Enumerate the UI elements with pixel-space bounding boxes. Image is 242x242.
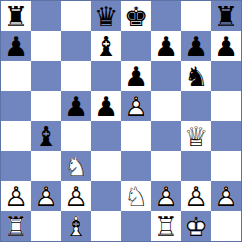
white-queen: ♛♕ <box>181 121 211 151</box>
white-king: ♚♔ <box>181 211 211 241</box>
square-g7[interactable]: ♟ <box>181 31 211 61</box>
square-a5[interactable] <box>1 91 31 121</box>
black-pawn: ♟ <box>61 91 91 121</box>
square-d3[interactable] <box>91 151 121 181</box>
square-g1[interactable]: ♚♔ <box>181 211 211 241</box>
white-pawn-outline-glyph: ♙ <box>61 181 91 211</box>
black-bishop-glyph: ♝ <box>31 121 61 151</box>
white-pawn: ♟♙ <box>31 181 61 211</box>
black-pawn: ♟ <box>211 31 241 61</box>
square-a3[interactable] <box>1 151 31 181</box>
black-pawn: ♟ <box>181 31 211 61</box>
white-pawn-outline-glyph: ♙ <box>121 91 151 121</box>
black-bishop: ♝ <box>91 31 121 61</box>
square-g3[interactable] <box>181 151 211 181</box>
square-e6[interactable]: ♟ <box>121 61 151 91</box>
black-rook: ♜ <box>211 1 241 31</box>
white-pawn: ♟♙ <box>1 181 31 211</box>
square-c3[interactable]: ♞♘ <box>61 151 91 181</box>
square-h7[interactable]: ♟ <box>211 31 241 61</box>
square-d7[interactable]: ♝ <box>91 31 121 61</box>
square-b5[interactable] <box>31 91 61 121</box>
square-b4[interactable]: ♝ <box>31 121 61 151</box>
square-h6[interactable] <box>211 61 241 91</box>
square-e4[interactable] <box>121 121 151 151</box>
white-bishop: ♝♗ <box>61 211 91 241</box>
black-pawn-glyph: ♟ <box>181 31 211 61</box>
white-pawn-outline-glyph: ♙ <box>1 181 31 211</box>
black-pawn: ♟ <box>1 31 31 61</box>
square-a2[interactable]: ♟♙ <box>1 181 31 211</box>
square-c8[interactable] <box>61 1 91 31</box>
square-h4[interactable] <box>211 121 241 151</box>
square-f3[interactable] <box>151 151 181 181</box>
square-h2[interactable]: ♟♙ <box>211 181 241 211</box>
square-e3[interactable] <box>121 151 151 181</box>
square-f8[interactable] <box>151 1 181 31</box>
black-bishop-glyph: ♝ <box>91 31 121 61</box>
white-pawn: ♟♙ <box>61 181 91 211</box>
white-knight: ♞♘ <box>121 181 151 211</box>
square-c7[interactable] <box>61 31 91 61</box>
black-pawn-glyph: ♟ <box>61 91 91 121</box>
square-b2[interactable]: ♟♙ <box>31 181 61 211</box>
square-b1[interactable] <box>31 211 61 241</box>
square-d5[interactable]: ♟ <box>91 91 121 121</box>
white-knight: ♞♘ <box>61 151 91 181</box>
square-d8[interactable]: ♛ <box>91 1 121 31</box>
square-b8[interactable] <box>31 1 61 31</box>
black-knight: ♞ <box>181 61 211 91</box>
white-pawn: ♟♙ <box>181 181 211 211</box>
chess-board: ♜♛♚♜♟♝♟♟♟♟♞♟♟♟♙♝♛♕♞♘♟♙♟♙♟♙♞♘♟♙♟♙♟♙♜♖♝♗♜♖… <box>0 0 242 242</box>
black-queen-glyph: ♛ <box>91 1 121 31</box>
square-g5[interactable] <box>181 91 211 121</box>
square-c1[interactable]: ♝♗ <box>61 211 91 241</box>
black-rook-glyph: ♜ <box>1 1 31 31</box>
square-a6[interactable] <box>1 61 31 91</box>
square-c2[interactable]: ♟♙ <box>61 181 91 211</box>
square-b3[interactable] <box>31 151 61 181</box>
white-rook-outline-glyph: ♖ <box>151 211 181 241</box>
square-g8[interactable] <box>181 1 211 31</box>
square-a4[interactable] <box>1 121 31 151</box>
black-bishop: ♝ <box>31 121 61 151</box>
square-g6[interactable]: ♞ <box>181 61 211 91</box>
square-d2[interactable] <box>91 181 121 211</box>
white-pawn: ♟♙ <box>211 181 241 211</box>
white-pawn-outline-glyph: ♙ <box>31 181 61 211</box>
square-f1[interactable]: ♜♖ <box>151 211 181 241</box>
square-e2[interactable]: ♞♘ <box>121 181 151 211</box>
black-pawn: ♟ <box>91 91 121 121</box>
white-pawn: ♟♙ <box>151 181 181 211</box>
square-f5[interactable] <box>151 91 181 121</box>
black-pawn-glyph: ♟ <box>211 31 241 61</box>
black-queen: ♛ <box>91 1 121 31</box>
square-e7[interactable] <box>121 31 151 61</box>
square-a8[interactable]: ♜ <box>1 1 31 31</box>
square-g2[interactable]: ♟♙ <box>181 181 211 211</box>
white-pawn-outline-glyph: ♙ <box>181 181 211 211</box>
black-pawn: ♟ <box>151 31 181 61</box>
white-pawn-outline-glyph: ♙ <box>151 181 181 211</box>
white-rook: ♜♖ <box>151 211 181 241</box>
square-e5[interactable]: ♟♙ <box>121 91 151 121</box>
black-king: ♚ <box>121 1 151 31</box>
square-h3[interactable] <box>211 151 241 181</box>
square-d4[interactable] <box>91 121 121 151</box>
black-pawn-glyph: ♟ <box>91 91 121 121</box>
square-f2[interactable]: ♟♙ <box>151 181 181 211</box>
square-a7[interactable]: ♟ <box>1 31 31 61</box>
square-d6[interactable] <box>91 61 121 91</box>
square-h1[interactable] <box>211 211 241 241</box>
black-rook: ♜ <box>1 1 31 31</box>
square-e1[interactable] <box>121 211 151 241</box>
square-b6[interactable] <box>31 61 61 91</box>
square-e8[interactable]: ♚ <box>121 1 151 31</box>
square-g4[interactable]: ♛♕ <box>181 121 211 151</box>
square-c4[interactable] <box>61 121 91 151</box>
square-a1[interactable]: ♜♖ <box>1 211 31 241</box>
white-bishop-outline-glyph: ♗ <box>61 211 91 241</box>
black-rook-glyph: ♜ <box>211 1 241 31</box>
black-pawn: ♟ <box>121 61 151 91</box>
square-c6[interactable] <box>61 61 91 91</box>
square-f7[interactable]: ♟ <box>151 31 181 61</box>
square-h5[interactable] <box>211 91 241 121</box>
square-b7[interactable] <box>31 31 61 61</box>
white-knight-outline-glyph: ♘ <box>61 151 91 181</box>
black-pawn-glyph: ♟ <box>121 61 151 91</box>
white-knight-outline-glyph: ♘ <box>121 181 151 211</box>
square-f4[interactable] <box>151 121 181 151</box>
square-c5[interactable]: ♟ <box>61 91 91 121</box>
square-f6[interactable] <box>151 61 181 91</box>
white-rook: ♜♖ <box>1 211 31 241</box>
black-knight-glyph: ♞ <box>181 61 211 91</box>
white-pawn: ♟♙ <box>121 91 151 121</box>
square-h8[interactable]: ♜ <box>211 1 241 31</box>
white-king-outline-glyph: ♔ <box>181 211 211 241</box>
square-d1[interactable] <box>91 211 121 241</box>
black-pawn-glyph: ♟ <box>151 31 181 61</box>
black-king-glyph: ♚ <box>121 1 151 31</box>
white-rook-outline-glyph: ♖ <box>1 211 31 241</box>
white-queen-outline-glyph: ♕ <box>181 121 211 151</box>
white-pawn-outline-glyph: ♙ <box>211 181 241 211</box>
black-pawn-glyph: ♟ <box>1 31 31 61</box>
